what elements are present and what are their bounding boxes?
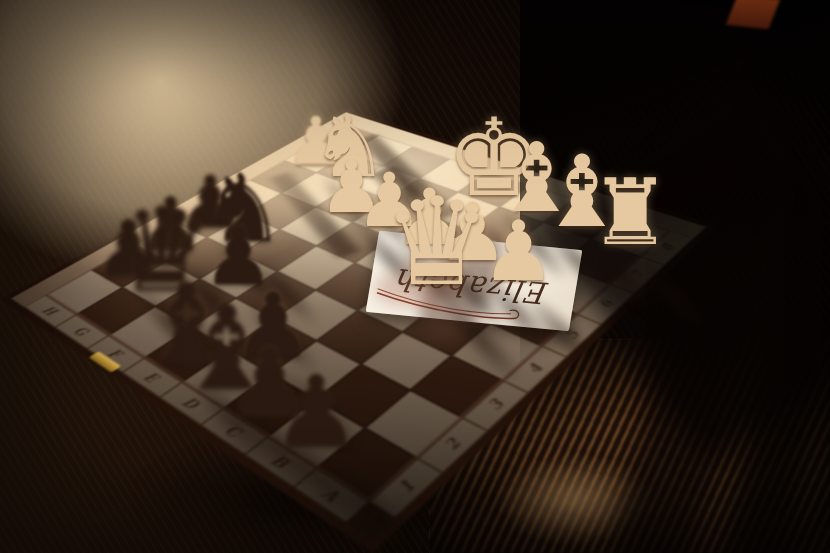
photo-scene: 87654321HGFEDCBA Elizabeth ♟♞♚♝♟ [0,0,830,553]
